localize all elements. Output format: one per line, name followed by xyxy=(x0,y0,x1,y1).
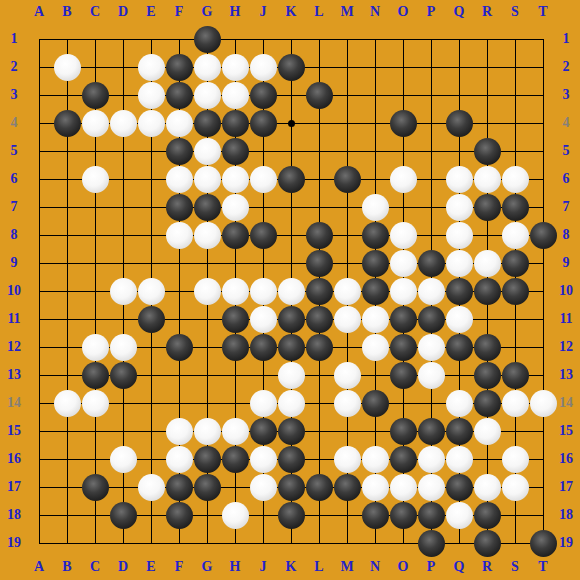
coordinate-label-S: S xyxy=(501,4,529,20)
coordinate-label-12: 12 xyxy=(0,339,28,355)
coordinate-label-R: R xyxy=(473,559,501,575)
white-stone-T14 xyxy=(530,390,558,418)
coordinate-label-9: 9 xyxy=(552,255,580,271)
coordinate-label-Q: Q xyxy=(445,559,473,575)
coordinate-label-O: O xyxy=(389,4,417,20)
coordinate-label-4: 4 xyxy=(0,115,28,131)
coordinate-label-M: M xyxy=(333,559,361,575)
coordinate-label-O: O xyxy=(389,559,417,575)
coordinate-label-14: 14 xyxy=(0,395,28,411)
coordinate-label-D: D xyxy=(109,4,137,20)
go-app-window: ABCDEFGHJKLMNOPQRST ABCDEFGHJKLMNOPQRST … xyxy=(0,0,580,580)
coordinate-label-M: M xyxy=(333,4,361,20)
coordinate-label-E: E xyxy=(137,559,165,575)
coordinate-label-G: G xyxy=(193,559,221,575)
coordinate-label-13: 13 xyxy=(0,367,28,383)
coordinate-label-L: L xyxy=(305,4,333,20)
coordinate-label-10: 10 xyxy=(552,283,580,299)
coordinate-label-19: 19 xyxy=(0,535,28,551)
coordinate-label-2: 2 xyxy=(0,59,28,75)
coordinate-label-B: B xyxy=(53,4,81,20)
coordinate-label-1: 1 xyxy=(552,31,580,47)
coordinate-label-3: 3 xyxy=(0,87,28,103)
coordinate-label-D: D xyxy=(109,559,137,575)
coordinate-label-Q: Q xyxy=(445,4,473,20)
coordinate-label-S: S xyxy=(501,559,529,575)
coordinate-label-K: K xyxy=(277,559,305,575)
coordinate-label-P: P xyxy=(417,4,445,20)
coordinate-label-F: F xyxy=(165,4,193,20)
coordinate-label-17: 17 xyxy=(0,479,28,495)
coordinate-label-N: N xyxy=(361,4,389,20)
coordinate-label-T: T xyxy=(529,4,557,20)
coordinate-label-5: 5 xyxy=(552,143,580,159)
black-stone-P19 xyxy=(418,530,446,558)
coordinate-label-C: C xyxy=(81,4,109,20)
coordinate-label-13: 13 xyxy=(552,367,580,383)
coordinate-label-6: 6 xyxy=(0,171,28,187)
coordinate-label-18: 18 xyxy=(0,507,28,523)
coordinate-label-16: 16 xyxy=(0,451,28,467)
coordinate-label-5: 5 xyxy=(0,143,28,159)
coordinate-label-1: 1 xyxy=(0,31,28,47)
coordinate-label-C: C xyxy=(81,559,109,575)
coordinate-label-15: 15 xyxy=(552,423,580,439)
coordinate-label-T: T xyxy=(529,559,557,575)
coordinate-label-N: N xyxy=(361,559,389,575)
coordinate-label-17: 17 xyxy=(552,479,580,495)
coordinate-label-3: 3 xyxy=(552,87,580,103)
coordinate-label-H: H xyxy=(221,4,249,20)
coordinate-label-A: A xyxy=(25,559,53,575)
coordinate-label-9: 9 xyxy=(0,255,28,271)
coordinate-label-P: P xyxy=(417,559,445,575)
coordinate-label-12: 12 xyxy=(552,339,580,355)
coordinate-label-A: A xyxy=(25,4,53,20)
coordinate-label-R: R xyxy=(473,4,501,20)
black-stone-R19 xyxy=(474,530,502,558)
coordinate-label-10: 10 xyxy=(0,283,28,299)
coordinate-label-11: 11 xyxy=(0,311,28,327)
coordinate-label-18: 18 xyxy=(552,507,580,523)
black-stone-T19 xyxy=(530,530,558,558)
coordinate-label-F: F xyxy=(165,559,193,575)
coordinate-label-6: 6 xyxy=(552,171,580,187)
coordinate-label-J: J xyxy=(249,559,277,575)
coordinate-label-K: K xyxy=(277,4,305,20)
coordinate-label-L: L xyxy=(305,559,333,575)
coordinate-label-E: E xyxy=(137,4,165,20)
coordinate-label-15: 15 xyxy=(0,423,28,439)
hoshi-point-K4 xyxy=(288,120,295,127)
coordinate-label-H: H xyxy=(221,559,249,575)
coordinate-label-B: B xyxy=(53,559,81,575)
coordinate-label-G: G xyxy=(193,4,221,20)
coordinate-label-11: 11 xyxy=(552,311,580,327)
coordinate-label-7: 7 xyxy=(552,199,580,215)
coordinate-label-2: 2 xyxy=(552,59,580,75)
coordinate-label-4: 4 xyxy=(552,115,580,131)
coordinate-label-16: 16 xyxy=(552,451,580,467)
coordinate-label-8: 8 xyxy=(0,227,28,243)
black-stone-T8 xyxy=(530,222,558,250)
coordinate-label-7: 7 xyxy=(0,199,28,215)
coordinate-label-J: J xyxy=(249,4,277,20)
